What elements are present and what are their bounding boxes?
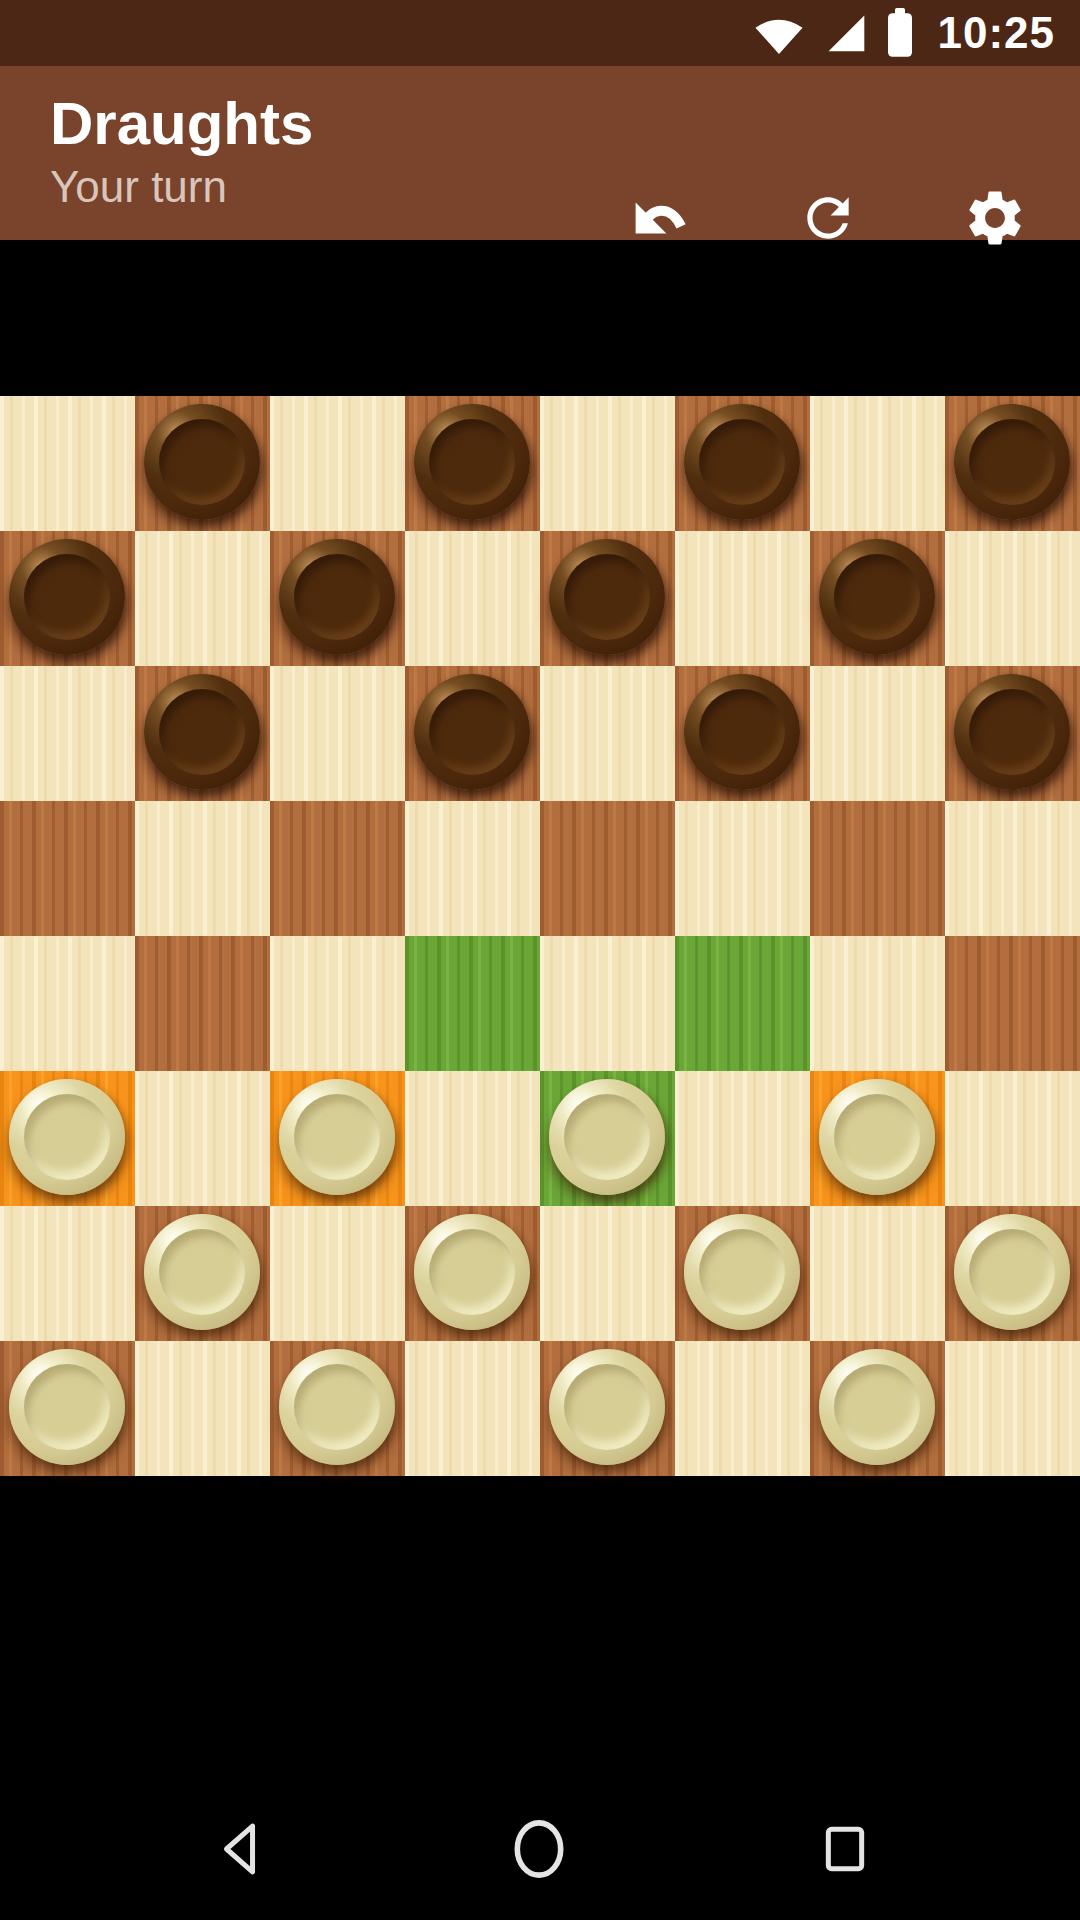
light-piece[interactable] [279,1349,395,1465]
board-square[interactable] [810,666,945,801]
board-square[interactable] [135,936,270,1071]
light-piece[interactable] [144,1214,260,1330]
android-nav-bar [0,1776,1080,1920]
wifi-icon [751,11,807,55]
dark-piece[interactable] [144,674,260,790]
status-time: 10:25 [937,0,1055,66]
board-square[interactable] [405,1341,540,1476]
board-square[interactable] [675,801,810,936]
dark-piece[interactable] [9,539,125,655]
dark-piece[interactable] [279,539,395,655]
light-piece[interactable] [414,1214,530,1330]
board-square[interactable] [810,936,945,1071]
board-square[interactable] [675,396,810,531]
refresh-icon [797,187,859,249]
board-square[interactable] [270,666,405,801]
board-square[interactable] [405,936,540,1071]
board-square[interactable] [675,531,810,666]
board-square[interactable] [0,1206,135,1341]
board-square[interactable] [270,531,405,666]
board-square[interactable] [405,1071,540,1206]
board-square[interactable] [135,801,270,936]
board-square[interactable] [540,936,675,1071]
board-square[interactable] [540,801,675,936]
board-square[interactable] [945,396,1080,531]
battery-icon [885,8,915,58]
board-square[interactable] [540,1206,675,1341]
dark-piece[interactable] [954,404,1070,520]
undo-icon [624,190,692,246]
board-square[interactable] [405,666,540,801]
board-square[interactable] [540,396,675,531]
board-square[interactable] [945,1206,1080,1341]
dark-piece[interactable] [549,539,665,655]
board-square[interactable] [945,666,1080,801]
dark-piece[interactable] [144,404,260,520]
board-square[interactable] [540,1071,675,1206]
light-piece[interactable] [819,1349,935,1465]
board-square[interactable] [0,666,135,801]
board-square[interactable] [135,396,270,531]
board-square[interactable] [540,1341,675,1476]
light-piece[interactable] [9,1079,125,1195]
home-icon [511,1814,567,1884]
board-square[interactable] [0,801,135,936]
board-square[interactable] [540,531,675,666]
board-square[interactable] [810,396,945,531]
board-square[interactable] [810,1341,945,1476]
page-title: Draughts [50,90,313,158]
board-square[interactable] [135,531,270,666]
light-piece[interactable] [279,1079,395,1195]
board-square[interactable] [135,1071,270,1206]
board-square[interactable] [810,531,945,666]
board-square[interactable] [270,801,405,936]
light-piece[interactable] [684,1214,800,1330]
board-square[interactable] [810,1206,945,1341]
board-square[interactable] [270,936,405,1071]
board-square[interactable] [0,1341,135,1476]
settings-button[interactable] [959,182,1031,254]
board-square[interactable] [945,936,1080,1071]
turn-status: Your turn [50,160,313,214]
dark-piece[interactable] [684,404,800,520]
board-square[interactable] [675,1341,810,1476]
board-square[interactable] [270,1206,405,1341]
recents-icon [820,1818,870,1880]
undo-button[interactable] [622,182,694,254]
app-bar: Draughts Your turn [0,66,1080,240]
board-square[interactable] [945,531,1080,666]
app-titles: Draughts Your turn [50,90,313,214]
board-square[interactable] [0,1071,135,1206]
board-square[interactable] [945,1341,1080,1476]
board-square[interactable] [135,1341,270,1476]
board-square[interactable] [405,396,540,531]
dark-piece[interactable] [819,539,935,655]
light-piece[interactable] [819,1079,935,1195]
back-icon [214,1818,264,1880]
light-piece[interactable] [9,1349,125,1465]
board-square[interactable] [270,1071,405,1206]
board-square[interactable] [945,801,1080,936]
dark-piece[interactable] [414,674,530,790]
board-square[interactable] [675,1071,810,1206]
board-square[interactable] [540,666,675,801]
gear-icon [962,185,1028,251]
board-square[interactable] [135,666,270,801]
dark-piece[interactable] [684,674,800,790]
board-square[interactable] [675,1206,810,1341]
board-square[interactable] [135,1206,270,1341]
light-piece[interactable] [549,1349,665,1465]
light-piece[interactable] [549,1079,665,1195]
screen: 10:25 Draughts Your turn [0,0,1080,1920]
board-square[interactable] [0,531,135,666]
home-button[interactable] [511,1814,567,1887]
dark-piece[interactable] [954,674,1070,790]
board-square[interactable] [0,936,135,1071]
board-square[interactable] [270,1341,405,1476]
board-square[interactable] [0,396,135,531]
board-square[interactable] [270,396,405,531]
back-button[interactable] [214,1818,264,1883]
board-square[interactable] [405,531,540,666]
board-square[interactable] [675,666,810,801]
restart-button[interactable] [792,182,864,254]
board-square[interactable] [675,936,810,1071]
dark-piece[interactable] [414,404,530,520]
board-square[interactable] [945,1071,1080,1206]
light-piece[interactable] [954,1214,1070,1330]
board-square[interactable] [405,1206,540,1341]
status-bar: 10:25 [0,0,1080,66]
signal-icon [823,11,869,55]
board-square[interactable] [810,1071,945,1206]
board-square[interactable] [405,801,540,936]
recents-button[interactable] [820,1818,870,1883]
draughts-board[interactable] [0,396,1080,1476]
board-square[interactable] [810,801,945,936]
